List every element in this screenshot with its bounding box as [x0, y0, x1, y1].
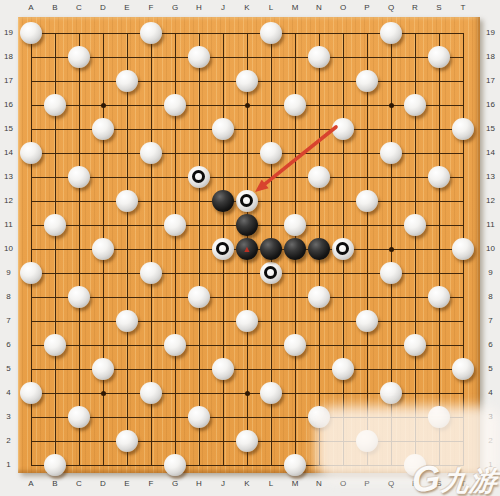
stone-white[interactable]: [452, 358, 474, 380]
stone-white[interactable]: [380, 382, 402, 404]
jiuyou-brand-text: 九游: [440, 466, 499, 496]
column-label: E: [115, 478, 139, 490]
row-label: 17: [0, 69, 17, 93]
row-label: 14: [0, 141, 17, 165]
stone-white[interactable]: [428, 46, 450, 68]
row-label: 16: [482, 93, 499, 117]
column-label: K: [235, 2, 259, 14]
column-label: G: [163, 2, 187, 14]
row-label: 12: [482, 189, 499, 213]
stone-white[interactable]: [20, 382, 42, 404]
stone-white[interactable]: [404, 334, 426, 356]
stone-white[interactable]: [140, 382, 162, 404]
stone-white-circled[interactable]: [188, 166, 210, 188]
row-label: 9: [482, 261, 499, 285]
stone-white[interactable]: [380, 142, 402, 164]
stone-white-circled[interactable]: [260, 262, 282, 284]
stone-white[interactable]: [140, 22, 162, 44]
row-label: 15: [482, 117, 499, 141]
column-label: D: [91, 2, 115, 14]
stone-white[interactable]: [188, 406, 210, 428]
screenshot-root: ABCDEFGHJKLMNOPQRST ABCDEFGHJKLMNOPQRST …: [0, 0, 500, 496]
column-label: R: [403, 2, 427, 14]
column-label: E: [115, 2, 139, 14]
row-label: 14: [482, 141, 499, 165]
row-label: 9: [0, 261, 17, 285]
stone-white[interactable]: [260, 142, 282, 164]
stone-white[interactable]: [332, 358, 354, 380]
stone-white[interactable]: [308, 286, 330, 308]
column-label: Q: [379, 2, 403, 14]
stone-white[interactable]: [236, 310, 258, 332]
row-label: 2: [0, 429, 17, 453]
row-label: 7: [482, 309, 499, 333]
column-label: F: [139, 2, 163, 14]
stone-white[interactable]: [44, 94, 66, 116]
row-label: 11: [0, 213, 17, 237]
row-label: 5: [0, 357, 17, 381]
stone-white[interactable]: [44, 214, 66, 236]
stone-white[interactable]: [212, 358, 234, 380]
stone-white[interactable]: [452, 118, 474, 140]
stone-black[interactable]: ▲: [236, 238, 258, 260]
column-label: B: [43, 2, 67, 14]
column-label: L: [259, 2, 283, 14]
go-board[interactable]: ▲: [18, 17, 480, 473]
stone-white[interactable]: [164, 214, 186, 236]
column-label: C: [67, 2, 91, 14]
row-label: 18: [482, 45, 499, 69]
stone-white[interactable]: [404, 94, 426, 116]
row-label: 13: [482, 165, 499, 189]
stone-white[interactable]: [92, 118, 114, 140]
stone-white[interactable]: [20, 262, 42, 284]
stone-white[interactable]: [284, 334, 306, 356]
column-label: K: [235, 478, 259, 490]
column-label: J: [211, 478, 235, 490]
stone-white[interactable]: [332, 118, 354, 140]
row-label: 3: [0, 405, 17, 429]
stone-white[interactable]: [356, 70, 378, 92]
column-label: A: [19, 2, 43, 14]
row-label: 19: [482, 21, 499, 45]
stone-white[interactable]: [68, 406, 90, 428]
column-label: D: [91, 478, 115, 490]
row-label: 12: [0, 189, 17, 213]
stone-white[interactable]: [356, 190, 378, 212]
stone-white[interactable]: [188, 286, 210, 308]
column-label: N: [307, 478, 331, 490]
red-triangle-mark: ▲: [236, 238, 258, 260]
stone-white[interactable]: [140, 262, 162, 284]
stone-white[interactable]: [284, 454, 306, 476]
stone-white[interactable]: [260, 382, 282, 404]
column-label: L: [259, 478, 283, 490]
row-label: 4: [482, 381, 499, 405]
stone-white-circled[interactable]: [236, 190, 258, 212]
stone-black[interactable]: [212, 190, 234, 212]
stone-white-circled[interactable]: [212, 238, 234, 260]
column-label: F: [139, 478, 163, 490]
stone-white[interactable]: [188, 46, 210, 68]
row-label: 10: [0, 237, 17, 261]
stone-white[interactable]: [356, 310, 378, 332]
column-label: H: [187, 2, 211, 14]
column-label: N: [307, 2, 331, 14]
stone-white[interactable]: [68, 286, 90, 308]
stone-white[interactable]: [116, 430, 138, 452]
stone-white[interactable]: [68, 166, 90, 188]
jiuyou-logo-icon: G: [412, 461, 440, 496]
row-label: 8: [482, 285, 499, 309]
stone-black[interactable]: [308, 238, 330, 260]
stone-white[interactable]: [20, 142, 42, 164]
column-label: M: [283, 478, 307, 490]
column-label: H: [187, 478, 211, 490]
stone-black[interactable]: [236, 214, 258, 236]
stone-white[interactable]: [308, 166, 330, 188]
column-label: J: [211, 2, 235, 14]
column-label: O: [331, 2, 355, 14]
stone-white[interactable]: [212, 118, 234, 140]
row-label: 6: [482, 333, 499, 357]
stone-white[interactable]: [116, 70, 138, 92]
row-label: 6: [0, 333, 17, 357]
stone-white[interactable]: [164, 334, 186, 356]
row-labels-left: 19181716151413121110987654321: [0, 21, 17, 477]
row-label: 10: [482, 237, 499, 261]
stone-black[interactable]: [260, 238, 282, 260]
column-labels-top: ABCDEFGHJKLMNOPQRST: [19, 2, 475, 14]
stone-white[interactable]: [116, 190, 138, 212]
column-label: P: [355, 2, 379, 14]
row-label: 17: [482, 69, 499, 93]
stone-white[interactable]: [236, 70, 258, 92]
stone-white[interactable]: [236, 430, 258, 452]
stone-white[interactable]: [20, 22, 42, 44]
stone-white[interactable]: [260, 22, 282, 44]
stone-white[interactable]: [404, 214, 426, 236]
stone-white[interactable]: [428, 286, 450, 308]
row-label: 5: [482, 357, 499, 381]
column-label: C: [67, 478, 91, 490]
row-label: 19: [0, 21, 17, 45]
column-label: A: [19, 478, 43, 490]
stone-white[interactable]: [44, 454, 66, 476]
stone-white[interactable]: [164, 454, 186, 476]
stone-white[interactable]: [380, 22, 402, 44]
row-label: 15: [0, 117, 17, 141]
stone-white[interactable]: [116, 310, 138, 332]
stone-white[interactable]: [284, 94, 306, 116]
stone-white[interactable]: [452, 238, 474, 260]
row-label: 7: [0, 309, 17, 333]
stone-white[interactable]: [308, 46, 330, 68]
stone-white[interactable]: [284, 214, 306, 236]
column-label: M: [283, 2, 307, 14]
stone-white[interactable]: [140, 142, 162, 164]
stone-white-circled[interactable]: [332, 238, 354, 260]
column-label: G: [163, 478, 187, 490]
row-label: 16: [0, 93, 17, 117]
stone-white[interactable]: [44, 334, 66, 356]
row-label: 13: [0, 165, 17, 189]
row-label: 11: [482, 213, 499, 237]
stone-black[interactable]: [284, 238, 306, 260]
row-label: 18: [0, 45, 17, 69]
row-label: 1: [0, 453, 17, 477]
column-label: S: [427, 2, 451, 14]
stone-white[interactable]: [164, 94, 186, 116]
stone-white[interactable]: [92, 238, 114, 260]
row-label: 4: [0, 381, 17, 405]
stone-white[interactable]: [68, 46, 90, 68]
column-label: B: [43, 478, 67, 490]
row-label: 8: [0, 285, 17, 309]
stone-white[interactable]: [380, 262, 402, 284]
jiuyou-watermark: G 九游: [410, 462, 500, 496]
stone-white[interactable]: [92, 358, 114, 380]
column-label: T: [451, 2, 475, 14]
stone-white[interactable]: [428, 166, 450, 188]
